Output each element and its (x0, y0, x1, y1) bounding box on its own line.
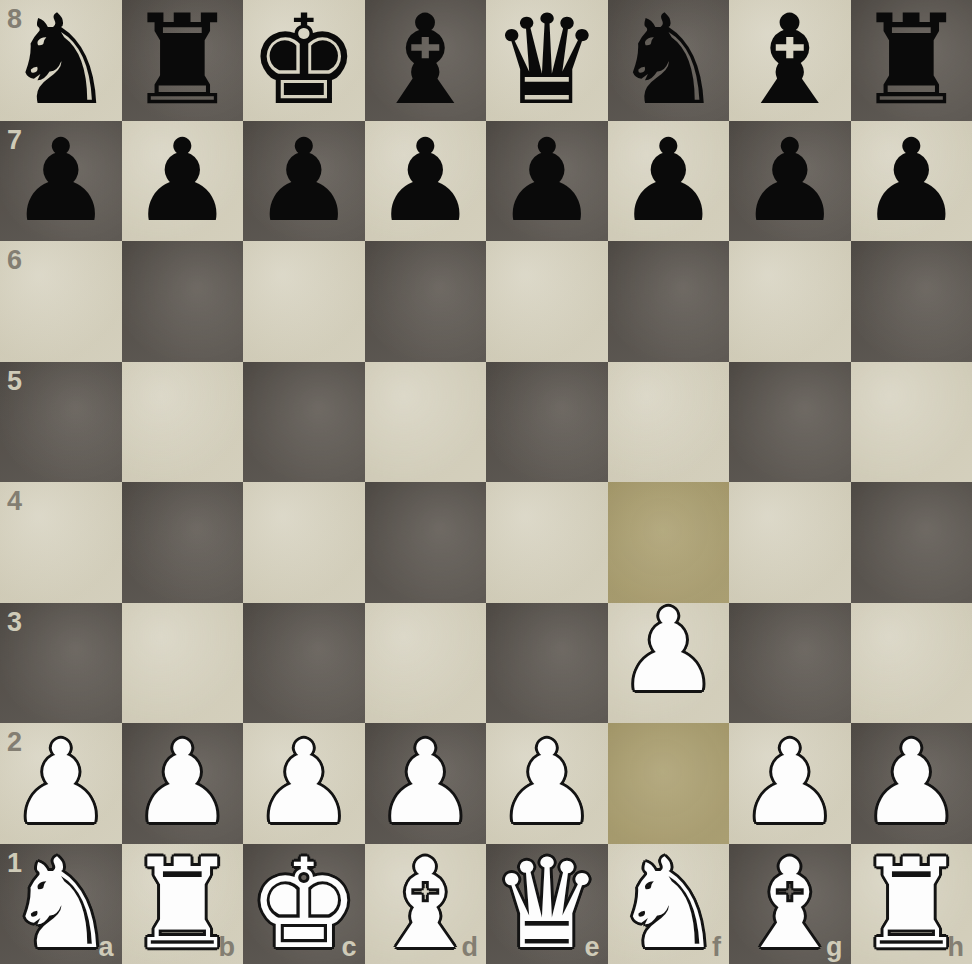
black-knight-icon[interactable]: ♞ (613, 0, 724, 120)
rank-label-5: 5 (7, 368, 22, 395)
square-c1[interactable]: c♚ (243, 844, 365, 964)
square-d6[interactable] (365, 241, 487, 362)
square-d2[interactable]: ♟ (365, 723, 487, 844)
white-bishop-icon[interactable]: ♝ (370, 844, 481, 964)
square-b8[interactable]: ♜ (122, 0, 244, 121)
square-h4[interactable] (851, 482, 972, 603)
square-c2[interactable]: ♟ (243, 723, 365, 844)
white-knight-icon[interactable]: ♞ (5, 844, 116, 964)
black-pawn-icon[interactable]: ♟ (860, 121, 962, 241)
square-e4[interactable] (486, 482, 608, 603)
white-pawn-icon[interactable]: ♟ (617, 591, 719, 711)
square-h8[interactable]: ♜ (851, 0, 972, 121)
square-d5[interactable] (365, 362, 487, 483)
black-pawn-icon[interactable]: ♟ (739, 121, 841, 241)
square-c3[interactable] (243, 603, 365, 724)
square-e8[interactable]: ♛ (486, 0, 608, 121)
square-f8[interactable]: ♞ (608, 0, 730, 121)
square-b1[interactable]: b♜ (122, 844, 244, 964)
square-b5[interactable] (122, 362, 244, 483)
black-pawn-icon[interactable]: ♟ (496, 121, 598, 241)
black-king-icon[interactable]: ♚ (248, 0, 359, 120)
white-queen-icon[interactable]: ♛ (491, 844, 602, 964)
square-g8[interactable]: ♝ (729, 0, 851, 121)
black-pawn-icon[interactable]: ♟ (10, 121, 112, 241)
black-rook-icon[interactable]: ♜ (856, 0, 967, 120)
rank-label-4: 4 (7, 488, 22, 515)
square-a8[interactable]: 8♞ (0, 0, 122, 121)
rank-label-3: 3 (7, 609, 22, 636)
white-bishop-icon[interactable]: ♝ (734, 844, 845, 964)
square-d7[interactable]: ♟ (365, 121, 487, 242)
square-e1[interactable]: e♛ (486, 844, 608, 964)
white-pawn-icon[interactable]: ♟ (860, 723, 962, 843)
square-a7[interactable]: 7♟ (0, 121, 122, 242)
square-e3[interactable] (486, 603, 608, 724)
black-bishop-icon[interactable]: ♝ (734, 0, 845, 120)
black-bishop-icon[interactable]: ♝ (370, 0, 481, 120)
square-b7[interactable]: ♟ (122, 121, 244, 242)
square-b2[interactable]: ♟ (122, 723, 244, 844)
white-rook-icon[interactable]: ♜ (127, 844, 238, 964)
black-pawn-icon[interactable]: ♟ (617, 121, 719, 241)
square-e6[interactable] (486, 241, 608, 362)
square-f5[interactable] (608, 362, 730, 483)
square-g1[interactable]: g♝ (729, 844, 851, 964)
square-a6[interactable]: 6 (0, 241, 122, 362)
square-a3[interactable]: 3 (0, 603, 122, 724)
square-a1[interactable]: 1a♞ (0, 844, 122, 964)
black-pawn-icon[interactable]: ♟ (253, 121, 355, 241)
square-h5[interactable] (851, 362, 972, 483)
chess-board: 8♞♜♚♝♛♞♝♜7♟♟♟♟♟♟♟♟6543♟2♟♟♟♟♟♟♟1a♞b♜c♚d♝… (0, 0, 972, 964)
square-b6[interactable] (122, 241, 244, 362)
square-g3[interactable] (729, 603, 851, 724)
white-pawn-icon[interactable]: ♟ (374, 723, 476, 843)
rank-label-6: 6 (7, 247, 22, 274)
white-pawn-icon[interactable]: ♟ (131, 723, 233, 843)
square-c4[interactable] (243, 482, 365, 603)
square-g2[interactable]: ♟ (729, 723, 851, 844)
square-g4[interactable] (729, 482, 851, 603)
square-a4[interactable]: 4 (0, 482, 122, 603)
square-b4[interactable] (122, 482, 244, 603)
square-g5[interactable] (729, 362, 851, 483)
square-h2[interactable]: ♟ (851, 723, 972, 844)
black-pawn-icon[interactable]: ♟ (131, 121, 233, 241)
black-rook-icon[interactable]: ♜ (127, 0, 238, 120)
square-h7[interactable]: ♟ (851, 121, 972, 242)
square-c7[interactable]: ♟ (243, 121, 365, 242)
white-pawn-icon[interactable]: ♟ (739, 723, 841, 843)
white-pawn-icon[interactable]: ♟ (496, 723, 598, 843)
square-a2[interactable]: 2♟ (0, 723, 122, 844)
square-d3[interactable] (365, 603, 487, 724)
square-d8[interactable]: ♝ (365, 0, 487, 121)
square-e7[interactable]: ♟ (486, 121, 608, 242)
white-rook-icon[interactable]: ♜ (856, 844, 967, 964)
square-e5[interactable] (486, 362, 608, 483)
square-g6[interactable] (729, 241, 851, 362)
black-knight-icon[interactable]: ♞ (5, 0, 116, 120)
black-pawn-icon[interactable]: ♟ (374, 121, 476, 241)
black-queen-icon[interactable]: ♛ (491, 0, 602, 120)
white-pawn-icon[interactable]: ♟ (10, 723, 112, 843)
square-d4[interactable] (365, 482, 487, 603)
square-c6[interactable] (243, 241, 365, 362)
square-d1[interactable]: d♝ (365, 844, 487, 964)
square-g7[interactable]: ♟ (729, 121, 851, 242)
white-king-icon[interactable]: ♚ (248, 844, 359, 964)
square-b3[interactable] (122, 603, 244, 724)
square-h3[interactable] (851, 603, 972, 724)
square-f6[interactable] (608, 241, 730, 362)
square-e2[interactable]: ♟ (486, 723, 608, 844)
white-knight-icon[interactable]: ♞ (613, 844, 724, 964)
square-a5[interactable]: 5 (0, 362, 122, 483)
white-pawn-icon[interactable]: ♟ (253, 723, 355, 843)
square-h1[interactable]: h♜ (851, 844, 972, 964)
square-f1[interactable]: f♞ (608, 844, 730, 964)
square-h6[interactable] (851, 241, 972, 362)
square-f7[interactable]: ♟ (608, 121, 730, 242)
square-c8[interactable]: ♚ (243, 0, 365, 121)
square-c5[interactable] (243, 362, 365, 483)
square-f2[interactable] (608, 723, 730, 844)
square-f3[interactable]: ♟ (608, 603, 730, 724)
